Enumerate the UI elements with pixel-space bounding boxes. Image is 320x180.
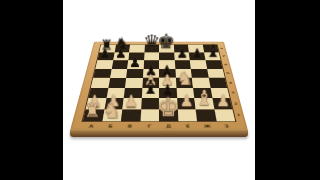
piece-white-pawn: ♟ [125,93,139,108]
board-grid: ♜♞♛♚♟♟♟♟♝♟♟♟♟♟♞♝♟♟♟♟♟♝♟♜♞♚ [83,45,235,122]
square-c8 [129,45,144,52]
square-e8: ♚ [159,45,174,52]
square-g5 [191,69,209,78]
square-g7: ♟ [189,52,205,60]
square-f7: ♟ [174,52,190,60]
file-label: Е [178,123,198,128]
square-b6 [111,60,128,68]
square-c6: ♟ [127,60,143,68]
piece-white-knight: ♞ [176,68,193,87]
square-a1: ♜ [83,109,104,121]
letterbox-bar-left [0,0,63,180]
piece-white-king: ♚ [157,95,180,120]
piece-white-knight: ♞ [102,100,121,121]
piece-white-bishop: ♝ [195,88,213,108]
piece-black-pawn: ♟ [192,47,204,60]
square-c5 [126,69,143,78]
square-h7: ♝ [204,52,221,60]
square-c4 [125,78,143,88]
square-a4 [91,78,110,88]
square-b1: ♞ [102,109,122,121]
square-f4: ♞ [175,78,193,88]
square-g1 [196,109,216,121]
square-a5 [93,69,111,78]
piece-black-pawn: ♟ [176,47,188,60]
square-h1 [214,109,235,121]
square-c2: ♟ [122,98,141,109]
photo-backdrop: ♜♞♛♚♟♟♟♟♝♟♟♟♟♟♞♝♟♟♟♟♟♝♟♜♞♚ АБВГДЕЖЗ 8765… [63,0,255,180]
piece-black-bishop: ♝ [205,43,220,60]
rank-label: 4 [226,78,236,88]
square-h2: ♟ [212,98,232,109]
square-g2: ♝ [194,98,214,109]
square-b7: ♟ [113,52,129,60]
square-a6 [95,60,112,68]
rank-label: 6 [221,60,230,68]
piece-white-pawn: ♟ [216,93,230,108]
piece-black-pawn: ♟ [129,55,141,68]
board-frame: ♜♞♛♚♟♟♟♟♝♟♟♟♟♟♞♝♟♟♟♟♟♝♟♜♞♚ АБВГДЕЖЗ 8765… [70,42,248,130]
rank-label: 2 [231,98,241,109]
square-e1: ♚ [159,109,178,121]
piece-black-pawn: ♟ [99,47,111,60]
file-label: Б [101,123,121,128]
square-e7 [159,52,174,60]
square-h5 [207,69,225,78]
square-b5 [110,69,128,78]
piece-white-pawn: ♟ [179,93,193,108]
letterbox-bar-right [255,0,320,180]
board-front-edge [70,129,248,137]
piece-black-king: ♚ [158,32,176,52]
square-f1 [177,109,197,121]
piece-white-rook: ♜ [84,102,101,120]
square-a7: ♟ [97,52,114,60]
file-label: А [81,123,101,128]
file-label: Г [140,123,159,128]
file-label: Ж [197,123,217,128]
square-d7 [144,52,159,60]
rank-label: 1 [233,109,244,121]
chess-board: ♜♞♛♚♟♟♟♟♝♟♟♟♟♟♞♝♟♟♟♟♟♝♟♜♞♚ АБВГДЕЖЗ 8765… [70,42,248,130]
file-label: В [120,123,140,128]
square-b4 [108,78,126,88]
square-c1 [121,109,141,121]
file-label: Д [159,123,178,128]
square-h6 [205,60,222,68]
rank-label: 5 [224,69,233,78]
file-label: З [216,123,236,128]
rank-label: 7 [220,52,228,60]
piece-black-pawn: ♟ [115,47,127,60]
